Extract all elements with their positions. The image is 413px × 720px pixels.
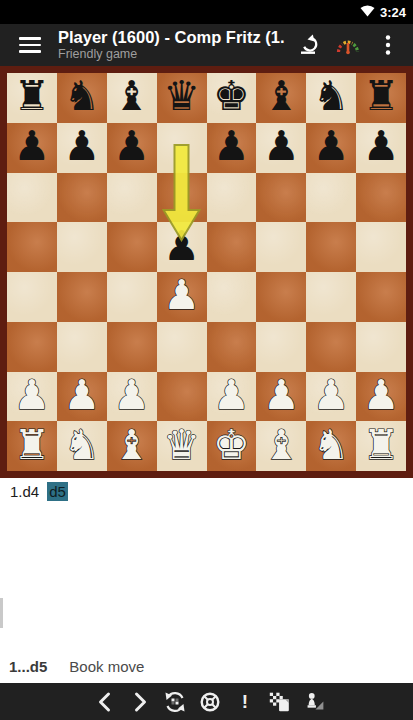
- square-b5[interactable]: [57, 222, 107, 272]
- piece-white-bishop: ♝: [113, 425, 150, 466]
- piece-black-pawn: ♟: [14, 126, 51, 167]
- square-c1[interactable]: ♝: [107, 421, 157, 471]
- piece-white-pawn: ♟: [163, 275, 200, 316]
- square-a7[interactable]: ♟: [7, 123, 57, 173]
- piece-black-pawn: ♟: [113, 126, 150, 167]
- next-move-icon[interactable]: [127, 687, 153, 717]
- status-clock: 3:24: [380, 5, 406, 20]
- move-token-black-current[interactable]: d5: [47, 482, 68, 501]
- previous-move-icon[interactable]: [92, 687, 118, 717]
- overflow-menu-icon[interactable]: [373, 29, 403, 61]
- piece-white-pawn: ♟: [63, 375, 100, 416]
- piece-black-bishop: ♝: [113, 76, 150, 117]
- square-f6[interactable]: [256, 173, 306, 223]
- square-g2[interactable]: ♟: [306, 372, 356, 422]
- page-title: Player (1600) - Comp Fritz (1...: [58, 28, 285, 47]
- square-d7[interactable]: [157, 123, 207, 173]
- page-subtitle: Friendly game: [58, 47, 285, 61]
- piece-black-queen: ♛: [163, 76, 200, 117]
- square-b8[interactable]: ♞: [57, 73, 107, 123]
- square-h4[interactable]: [356, 272, 406, 322]
- piece-black-pawn: ♟: [213, 126, 250, 167]
- square-g4[interactable]: [306, 272, 356, 322]
- square-c4[interactable]: [107, 272, 157, 322]
- square-c2[interactable]: ♟: [107, 372, 157, 422]
- square-d3[interactable]: [157, 322, 207, 372]
- square-c8[interactable]: ♝: [107, 73, 157, 123]
- square-d6[interactable]: [157, 173, 207, 223]
- square-a4[interactable]: [7, 272, 57, 322]
- square-a1[interactable]: ♜: [7, 421, 57, 471]
- force-move-glyph: !: [242, 691, 248, 713]
- square-a3[interactable]: [7, 322, 57, 372]
- square-c6[interactable]: [107, 173, 157, 223]
- piece-white-pawn: ♟: [263, 375, 300, 416]
- square-d8[interactable]: ♛: [157, 73, 207, 123]
- square-c7[interactable]: ♟: [107, 123, 157, 173]
- piece-black-pawn: ♟: [163, 226, 200, 267]
- move-list: 1.d4 d5: [0, 478, 413, 504]
- hamburger-menu-icon[interactable]: [10, 27, 50, 63]
- square-f3[interactable]: [256, 322, 306, 372]
- square-f5[interactable]: [256, 222, 306, 272]
- chess-board[interactable]: ♜♞♝♛♚♝♞♜♟♟♟♟♟♟♟♟♟♟♟♟♟♟♟♟♜♞♝♛♚♝♞♜: [0, 66, 413, 478]
- piece-white-rook: ♜: [14, 425, 51, 466]
- pieces-setup-icon[interactable]: [302, 687, 328, 717]
- square-h5[interactable]: [356, 222, 406, 272]
- engine-strength-meter-icon[interactable]: [333, 29, 363, 61]
- piece-white-queen: ♛: [163, 425, 200, 466]
- square-f1[interactable]: ♝: [256, 421, 306, 471]
- square-e7[interactable]: ♟: [207, 123, 257, 173]
- piece-black-king: ♚: [213, 76, 250, 117]
- piece-white-rook: ♜: [363, 425, 400, 466]
- square-b7[interactable]: ♟: [57, 123, 107, 173]
- square-g7[interactable]: ♟: [306, 123, 356, 173]
- status-bar: 3:24: [0, 0, 413, 24]
- square-c3[interactable]: [107, 322, 157, 372]
- square-h1[interactable]: ♜: [356, 421, 406, 471]
- piece-white-knight: ♞: [63, 425, 100, 466]
- square-g6[interactable]: [306, 173, 356, 223]
- piece-white-knight: ♞: [313, 425, 350, 466]
- square-e3[interactable]: [207, 322, 257, 372]
- square-g5[interactable]: [306, 222, 356, 272]
- square-c5[interactable]: [107, 222, 157, 272]
- piece-white-pawn: ♟: [313, 375, 350, 416]
- piece-black-knight: ♞: [313, 76, 350, 117]
- square-g8[interactable]: ♞: [306, 73, 356, 123]
- piece-black-rook: ♜: [363, 76, 400, 117]
- square-h2[interactable]: ♟: [356, 372, 406, 422]
- square-b6[interactable]: [57, 173, 107, 223]
- square-e1[interactable]: ♚: [207, 421, 257, 471]
- square-g3[interactable]: [306, 322, 356, 372]
- square-a6[interactable]: [7, 173, 57, 223]
- piece-white-pawn: ♟: [213, 375, 250, 416]
- piece-black-pawn: ♟: [263, 126, 300, 167]
- square-a5[interactable]: [7, 222, 57, 272]
- piece-black-rook: ♜: [14, 76, 51, 117]
- square-f2[interactable]: ♟: [256, 372, 306, 422]
- square-e4[interactable]: [207, 272, 257, 322]
- square-a2[interactable]: ♟: [7, 372, 57, 422]
- switch-sides-icon[interactable]: [162, 687, 188, 717]
- square-e2[interactable]: ♟: [207, 372, 257, 422]
- piece-white-king: ♚: [213, 425, 250, 466]
- square-d4[interactable]: ♟: [157, 272, 207, 322]
- takeback-icon[interactable]: [293, 29, 323, 61]
- piece-white-bishop: ♝: [263, 425, 300, 466]
- square-f8[interactable]: ♝: [256, 73, 306, 123]
- notation-board-icon[interactable]: [267, 687, 293, 717]
- square-f4[interactable]: [256, 272, 306, 322]
- appbar-actions: [293, 29, 403, 61]
- square-d1[interactable]: ♛: [157, 421, 207, 471]
- square-e8[interactable]: ♚: [207, 73, 257, 123]
- square-e5[interactable]: [207, 222, 257, 272]
- piece-black-pawn: ♟: [313, 126, 350, 167]
- square-h7[interactable]: ♟: [356, 123, 406, 173]
- piece-white-pawn: ♟: [14, 375, 51, 416]
- piece-black-pawn: ♟: [63, 126, 100, 167]
- square-f7[interactable]: ♟: [256, 123, 306, 173]
- piece-black-bishop: ♝: [263, 76, 300, 117]
- move-token-white[interactable]: 1.d4: [8, 482, 41, 501]
- square-h8[interactable]: ♜: [356, 73, 406, 123]
- analysis-move: 1...d5: [9, 658, 47, 675]
- square-b1[interactable]: ♞: [57, 421, 107, 471]
- app-bar: Player (1600) - Comp Fritz (1... Friendl…: [0, 24, 413, 66]
- square-e6[interactable]: [207, 173, 257, 223]
- analysis-comment: Book move: [69, 658, 144, 675]
- bottom-toolbar: !: [0, 683, 413, 720]
- square-h3[interactable]: [356, 322, 406, 372]
- square-g1[interactable]: ♞: [306, 421, 356, 471]
- square-h6[interactable]: [356, 173, 406, 223]
- scrollbar-thumb[interactable]: [0, 598, 3, 628]
- square-b4[interactable]: [57, 272, 107, 322]
- piece-black-knight: ♞: [63, 76, 100, 117]
- piece-white-pawn: ♟: [363, 375, 400, 416]
- piece-black-pawn: ♟: [363, 126, 400, 167]
- square-d5[interactable]: ♟: [157, 222, 207, 272]
- analysis-panel: [0, 504, 413, 649]
- wifi-icon: [360, 3, 375, 21]
- force-move-icon[interactable]: !: [232, 687, 258, 717]
- title-block: Player (1600) - Comp Fritz (1... Friendl…: [58, 28, 285, 61]
- analysis-row: 1...d5 Book move: [0, 649, 413, 683]
- square-b3[interactable]: [57, 322, 107, 372]
- hint-lifebuoy-icon[interactable]: [197, 687, 223, 717]
- square-b2[interactable]: ♟: [57, 372, 107, 422]
- board-grid: ♜♞♝♛♚♝♞♜♟♟♟♟♟♟♟♟♟♟♟♟♟♟♟♟♜♞♝♛♚♝♞♜: [7, 73, 406, 471]
- piece-white-pawn: ♟: [113, 375, 150, 416]
- square-a8[interactable]: ♜: [7, 73, 57, 123]
- square-d2[interactable]: [157, 372, 207, 422]
